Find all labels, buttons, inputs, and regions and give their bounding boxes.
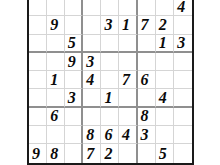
cell-r4c6[interactable] xyxy=(119,53,137,71)
given-digit: 8 xyxy=(141,108,149,124)
given-digit: 8 xyxy=(86,127,94,143)
cell-r3c5[interactable] xyxy=(101,35,119,53)
cell-r9c1[interactable]: 9 xyxy=(29,144,47,162)
cell-r4c2[interactable] xyxy=(47,53,65,71)
cell-r5c1[interactable] xyxy=(29,71,47,89)
cell-r7c5[interactable] xyxy=(101,108,119,126)
cell-r3c6[interactable] xyxy=(119,35,137,53)
cell-r6c5[interactable]: 1 xyxy=(101,89,119,107)
cell-r8c7[interactable]: 3 xyxy=(138,126,156,144)
cell-r8c5[interactable]: 6 xyxy=(101,126,119,144)
cell-r1c4[interactable] xyxy=(83,0,101,16)
given-digit: 3 xyxy=(104,17,112,33)
given-digit: 4 xyxy=(122,127,130,143)
given-digit: 1 xyxy=(159,35,167,51)
cell-r2c5[interactable]: 3 xyxy=(101,16,119,34)
cell-r3c2[interactable] xyxy=(47,35,65,53)
cell-r5c5[interactable] xyxy=(101,71,119,89)
given-digit: 4 xyxy=(86,72,94,88)
given-digit: 5 xyxy=(68,35,76,51)
cell-r2c7[interactable]: 7 xyxy=(138,16,156,34)
cell-r5c3[interactable] xyxy=(65,71,83,89)
cell-r1c1[interactable] xyxy=(29,0,47,16)
cell-r9c6[interactable] xyxy=(119,144,137,162)
cell-r3c8[interactable]: 1 xyxy=(156,35,174,53)
cell-r4c3[interactable]: 9 xyxy=(65,53,83,71)
cell-r1c8[interactable] xyxy=(156,0,174,16)
given-digit: 1 xyxy=(50,72,58,88)
cell-r8c2[interactable] xyxy=(47,126,65,144)
cell-r6c4[interactable] xyxy=(83,89,101,107)
cell-r6c3[interactable]: 3 xyxy=(65,89,83,107)
cell-r8c1[interactable] xyxy=(29,126,47,144)
given-digit: 5 xyxy=(159,146,167,162)
given-digit: 1 xyxy=(104,90,112,106)
cell-r8c3[interactable] xyxy=(65,126,83,144)
given-digit: 1 xyxy=(122,17,130,33)
cell-r6c6[interactable] xyxy=(119,89,137,107)
cell-r1c5[interactable] xyxy=(101,0,119,16)
cell-r2c2[interactable]: 9 xyxy=(47,16,65,34)
cell-r7c7[interactable]: 8 xyxy=(138,108,156,126)
cell-r8c8[interactable] xyxy=(156,126,174,144)
cell-r8c6[interactable]: 4 xyxy=(119,126,137,144)
given-digit: 6 xyxy=(50,108,58,124)
sudoku-board: 49317251393147631468864398725 xyxy=(27,0,194,165)
cell-r2c1[interactable] xyxy=(29,16,47,34)
cell-r7c8[interactable] xyxy=(156,108,174,126)
cell-r4c8[interactable] xyxy=(156,53,174,71)
cell-r6c8[interactable]: 4 xyxy=(156,89,174,107)
cell-r7c3[interactable] xyxy=(65,108,83,126)
cell-r2c3[interactable] xyxy=(65,16,83,34)
cell-r9c3[interactable] xyxy=(65,144,83,162)
cell-r7c2[interactable]: 6 xyxy=(47,108,65,126)
cell-r4c7[interactable] xyxy=(138,53,156,71)
cell-r5c2[interactable]: 1 xyxy=(47,71,65,89)
cell-r1c7[interactable] xyxy=(138,0,156,16)
cell-r4c4[interactable]: 3 xyxy=(83,53,101,71)
cell-r2c6[interactable]: 1 xyxy=(119,16,137,34)
cell-r9c7[interactable] xyxy=(138,144,156,162)
cell-r8c4[interactable]: 8 xyxy=(83,126,101,144)
given-digit: 2 xyxy=(104,146,112,162)
cell-r7c1[interactable] xyxy=(29,108,47,126)
cell-r2c4[interactable] xyxy=(83,16,101,34)
cell-r7c9[interactable] xyxy=(174,108,192,126)
cell-r3c7[interactable] xyxy=(138,35,156,53)
given-digit: 9 xyxy=(68,54,76,70)
cell-r9c8[interactable]: 5 xyxy=(156,144,174,162)
cell-r5c9[interactable] xyxy=(174,71,192,89)
cell-r9c2[interactable]: 8 xyxy=(47,144,65,162)
given-digit: 9 xyxy=(32,146,40,162)
cell-r7c4[interactable] xyxy=(83,108,101,126)
cell-r3c4[interactable] xyxy=(83,35,101,53)
given-digit: 3 xyxy=(141,127,149,143)
cell-r5c8[interactable] xyxy=(156,71,174,89)
cell-r1c9[interactable]: 4 xyxy=(174,0,192,16)
cell-r5c7[interactable]: 6 xyxy=(138,71,156,89)
given-digit: 9 xyxy=(50,17,58,33)
cell-r6c9[interactable] xyxy=(174,89,192,107)
given-digit: 7 xyxy=(122,72,130,88)
cell-r1c6[interactable] xyxy=(119,0,137,16)
cell-r1c2[interactable] xyxy=(47,0,65,16)
cell-r2c9[interactable] xyxy=(174,16,192,34)
cell-r6c1[interactable] xyxy=(29,89,47,107)
given-digit: 4 xyxy=(177,0,185,15)
cell-r4c1[interactable] xyxy=(29,53,47,71)
given-digit: 4 xyxy=(159,90,167,106)
cell-r9c5[interactable]: 2 xyxy=(101,144,119,162)
cell-r3c3[interactable]: 5 xyxy=(65,35,83,53)
given-digit: 3 xyxy=(177,35,185,51)
cell-r4c5[interactable] xyxy=(101,53,119,71)
cell-r8c9[interactable] xyxy=(174,126,192,144)
given-digit: 7 xyxy=(141,17,149,33)
given-digit: 2 xyxy=(159,17,167,33)
cell-r6c7[interactable] xyxy=(138,89,156,107)
cell-r3c9[interactable]: 3 xyxy=(174,35,192,53)
cell-r9c4[interactable]: 7 xyxy=(83,144,101,162)
given-digit: 7 xyxy=(86,146,94,162)
cell-r6c2[interactable] xyxy=(47,89,65,107)
given-digit: 8 xyxy=(50,146,58,162)
given-digit: 3 xyxy=(86,54,94,70)
cell-r3c1[interactable] xyxy=(29,35,47,53)
given-digit: 6 xyxy=(104,127,112,143)
cell-r4c9[interactable] xyxy=(174,53,192,71)
cell-r9c9[interactable] xyxy=(174,144,192,162)
given-digit: 3 xyxy=(68,90,76,106)
cell-r7c6[interactable] xyxy=(119,108,137,126)
cell-r5c6[interactable]: 7 xyxy=(119,71,137,89)
cell-r2c8[interactable]: 2 xyxy=(156,16,174,34)
cell-r5c4[interactable]: 4 xyxy=(83,71,101,89)
given-digit: 6 xyxy=(141,72,149,88)
cell-r1c3[interactable] xyxy=(65,0,83,16)
